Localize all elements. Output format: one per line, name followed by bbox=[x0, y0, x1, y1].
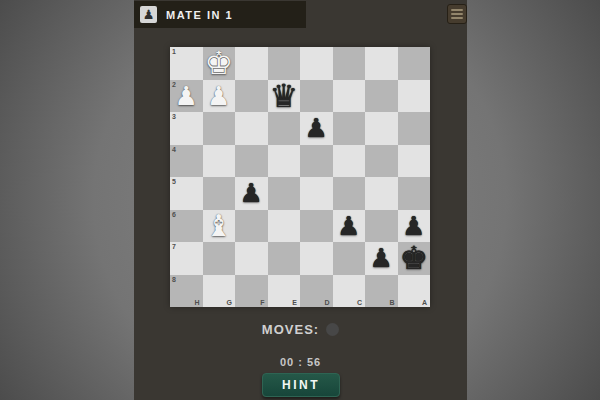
square-d5[interactable] bbox=[300, 177, 333, 210]
square-c8[interactable]: C bbox=[333, 275, 366, 308]
rank-label-7: 7 bbox=[172, 243, 176, 250]
square-d1[interactable] bbox=[300, 47, 333, 80]
rank-label-4: 4 bbox=[172, 146, 176, 153]
square-c5[interactable] bbox=[333, 177, 366, 210]
timer: 00 : 56 bbox=[134, 356, 467, 368]
moves-counter-dot bbox=[326, 323, 339, 336]
square-h1[interactable]: 1 bbox=[170, 47, 203, 80]
square-b5[interactable] bbox=[365, 177, 398, 210]
moves-row: MOVES: bbox=[134, 319, 467, 339]
square-g5[interactable] bbox=[203, 177, 236, 210]
square-h2[interactable]: 2♟ bbox=[170, 80, 203, 113]
piece-white-bishop[interactable]: ♝ bbox=[203, 210, 236, 243]
square-e3[interactable] bbox=[268, 112, 301, 145]
square-f8[interactable]: F bbox=[235, 275, 268, 308]
rank-label-8: 8 bbox=[172, 276, 176, 283]
file-label-f: F bbox=[260, 299, 264, 306]
square-f6[interactable] bbox=[235, 210, 268, 243]
square-e5[interactable] bbox=[268, 177, 301, 210]
square-c7[interactable] bbox=[333, 242, 366, 275]
square-b3[interactable] bbox=[365, 112, 398, 145]
piece-white-pawn[interactable]: ♟ bbox=[203, 80, 236, 113]
file-label-c: C bbox=[357, 299, 362, 306]
square-f5[interactable]: ♟ bbox=[235, 177, 268, 210]
square-h8[interactable]: 8H bbox=[170, 275, 203, 308]
square-c6[interactable]: ♟ bbox=[333, 210, 366, 243]
square-h4[interactable]: 4 bbox=[170, 145, 203, 178]
piece-black-pawn[interactable]: ♟ bbox=[300, 112, 333, 145]
piece-black-pawn[interactable]: ♟ bbox=[333, 210, 366, 243]
square-e1[interactable] bbox=[268, 47, 301, 80]
square-e6[interactable] bbox=[268, 210, 301, 243]
app-panel: ♟ MATE IN 1 1♚2♟♟♛3♟45♟6♝♟♟7♟♚8HGFEDCBA … bbox=[134, 0, 467, 400]
square-a7[interactable]: ♚ bbox=[398, 242, 431, 275]
piece-black-pawn[interactable]: ♟ bbox=[398, 210, 431, 243]
square-g4[interactable] bbox=[203, 145, 236, 178]
square-f4[interactable] bbox=[235, 145, 268, 178]
piece-black-pawn[interactable]: ♟ bbox=[365, 242, 398, 275]
piece-white-king[interactable]: ♚ bbox=[203, 47, 236, 80]
square-a2[interactable] bbox=[398, 80, 431, 113]
square-d7[interactable] bbox=[300, 242, 333, 275]
square-h5[interactable]: 5 bbox=[170, 177, 203, 210]
square-b8[interactable]: B bbox=[365, 275, 398, 308]
square-g1[interactable]: ♚ bbox=[203, 47, 236, 80]
square-e8[interactable]: E bbox=[268, 275, 301, 308]
square-d8[interactable]: D bbox=[300, 275, 333, 308]
piece-white-pawn[interactable]: ♟ bbox=[170, 80, 203, 113]
square-a1[interactable] bbox=[398, 47, 431, 80]
square-g7[interactable] bbox=[203, 242, 236, 275]
piece-black-queen[interactable]: ♛ bbox=[268, 80, 301, 113]
square-e2[interactable]: ♛ bbox=[268, 80, 301, 113]
square-d4[interactable] bbox=[300, 145, 333, 178]
square-g8[interactable]: G bbox=[203, 275, 236, 308]
piece-black-pawn[interactable]: ♟ bbox=[235, 177, 268, 210]
square-c1[interactable] bbox=[333, 47, 366, 80]
square-e4[interactable] bbox=[268, 145, 301, 178]
square-f3[interactable] bbox=[235, 112, 268, 145]
square-f7[interactable] bbox=[235, 242, 268, 275]
title-bar: ♟ MATE IN 1 bbox=[134, 1, 306, 28]
square-f1[interactable] bbox=[235, 47, 268, 80]
square-g2[interactable]: ♟ bbox=[203, 80, 236, 113]
square-g3[interactable] bbox=[203, 112, 236, 145]
file-label-b: B bbox=[389, 299, 394, 306]
hamburger-icon bbox=[451, 9, 463, 11]
square-b4[interactable] bbox=[365, 145, 398, 178]
square-h3[interactable]: 3 bbox=[170, 112, 203, 145]
square-b1[interactable] bbox=[365, 47, 398, 80]
rank-label-6: 6 bbox=[172, 211, 176, 218]
square-h6[interactable]: 6 bbox=[170, 210, 203, 243]
square-b2[interactable] bbox=[365, 80, 398, 113]
square-d6[interactable] bbox=[300, 210, 333, 243]
square-d2[interactable] bbox=[300, 80, 333, 113]
pawn-icon-glyph: ♟ bbox=[143, 8, 155, 21]
square-c2[interactable] bbox=[333, 80, 366, 113]
square-b6[interactable] bbox=[365, 210, 398, 243]
pawn-icon: ♟ bbox=[140, 6, 157, 23]
square-b7[interactable]: ♟ bbox=[365, 242, 398, 275]
square-a4[interactable] bbox=[398, 145, 431, 178]
file-label-e: E bbox=[292, 299, 297, 306]
moves-label: MOVES: bbox=[262, 322, 319, 337]
piece-black-king[interactable]: ♚ bbox=[398, 242, 431, 275]
square-g6[interactable]: ♝ bbox=[203, 210, 236, 243]
square-h7[interactable]: 7 bbox=[170, 242, 203, 275]
rank-label-3: 3 bbox=[172, 113, 176, 120]
page-title: MATE IN 1 bbox=[166, 9, 233, 21]
square-a5[interactable] bbox=[398, 177, 431, 210]
rank-label-1: 1 bbox=[172, 48, 176, 55]
hamburger-menu-button[interactable] bbox=[447, 4, 467, 24]
square-a3[interactable] bbox=[398, 112, 431, 145]
file-label-d: D bbox=[324, 299, 329, 306]
square-c3[interactable] bbox=[333, 112, 366, 145]
file-label-h: H bbox=[194, 299, 199, 306]
square-a8[interactable]: A bbox=[398, 275, 431, 308]
chess-board: 1♚2♟♟♛3♟45♟6♝♟♟7♟♚8HGFEDCBA bbox=[170, 47, 430, 307]
file-label-a: A bbox=[422, 299, 427, 306]
square-d3[interactable]: ♟ bbox=[300, 112, 333, 145]
square-a6[interactable]: ♟ bbox=[398, 210, 431, 243]
square-f2[interactable] bbox=[235, 80, 268, 113]
hint-button[interactable]: HINT bbox=[262, 373, 340, 397]
square-c4[interactable] bbox=[333, 145, 366, 178]
square-e7[interactable] bbox=[268, 242, 301, 275]
file-label-g: G bbox=[227, 299, 232, 306]
rank-label-5: 5 bbox=[172, 178, 176, 185]
